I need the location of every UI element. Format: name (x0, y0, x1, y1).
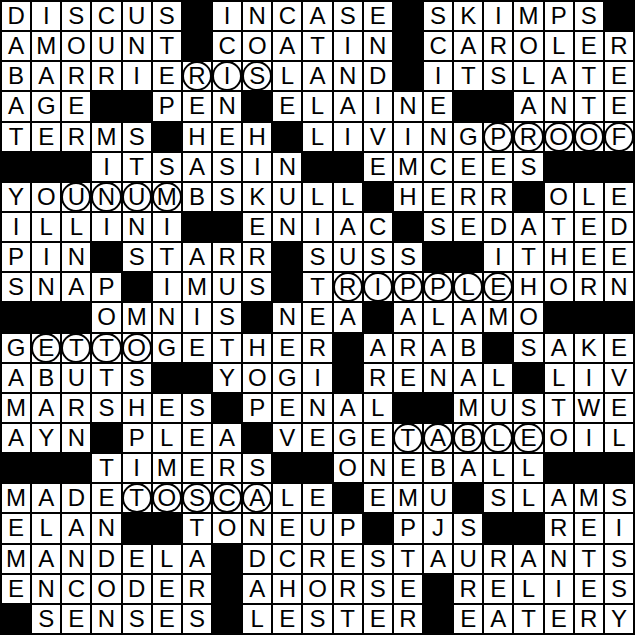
letter-cell[interactable]: E (92, 484, 120, 512)
letter-cell[interactable]: R (243, 243, 271, 271)
letter-cell[interactable]: U (62, 364, 90, 392)
letter-cell[interactable]: R (394, 605, 422, 633)
letter-cell[interactable]: T (334, 605, 362, 633)
letter-cell[interactable]: B (183, 183, 211, 211)
letter-cell[interactable]: L (303, 92, 331, 120)
letter-cell[interactable]: C (273, 545, 301, 573)
letter-cell[interactable]: T (394, 424, 422, 452)
letter-cell[interactable]: E (62, 92, 90, 120)
letter-cell[interactable]: A (303, 62, 331, 90)
letter-cell[interactable]: R (334, 273, 362, 301)
letter-cell[interactable]: S (364, 575, 392, 603)
letter-cell[interactable]: N (123, 32, 151, 60)
letter-cell[interactable]: A (334, 394, 362, 422)
letter-cell[interactable]: E (605, 243, 633, 271)
letter-cell[interactable]: A (454, 364, 482, 392)
letter-cell[interactable]: C (213, 32, 241, 60)
letter-cell[interactable]: B (424, 454, 452, 482)
letter-cell[interactable]: E (123, 545, 151, 573)
letter-cell[interactable]: U (454, 545, 482, 573)
letter-cell[interactable]: M (153, 454, 181, 482)
letter-cell[interactable]: E (484, 273, 512, 301)
letter-cell[interactable]: T (183, 514, 211, 542)
letter-cell[interactable]: E (424, 92, 452, 120)
letter-cell[interactable]: B (2, 62, 30, 90)
letter-cell[interactable]: E (183, 92, 211, 120)
letter-cell[interactable]: T (394, 545, 422, 573)
letter-cell[interactable]: E (273, 605, 301, 633)
letter-cell[interactable]: P (545, 2, 573, 30)
letter-cell[interactable]: R (364, 364, 392, 392)
letter-cell[interactable]: A (62, 514, 90, 542)
letter-cell[interactable]: C (62, 575, 90, 603)
letter-cell[interactable]: S (454, 514, 482, 542)
letter-cell[interactable]: L (153, 545, 181, 573)
letter-cell[interactable]: Y (605, 605, 633, 633)
letter-cell[interactable]: R (303, 334, 331, 362)
letter-cell[interactable]: S (213, 183, 241, 211)
letter-cell[interactable]: T (575, 92, 603, 120)
letter-cell[interactable]: R (92, 62, 120, 90)
letter-cell[interactable]: U (92, 32, 120, 60)
letter-cell[interactable]: L (484, 454, 512, 482)
letter-cell[interactable]: V (364, 123, 392, 151)
letter-cell[interactable]: E (364, 605, 392, 633)
letter-cell[interactable]: I (32, 2, 60, 30)
letter-cell[interactable]: A (424, 424, 452, 452)
letter-cell[interactable]: S (424, 2, 452, 30)
letter-cell[interactable]: A (454, 32, 482, 60)
letter-cell[interactable]: G (454, 123, 482, 151)
letter-cell[interactable]: C (92, 2, 120, 30)
letter-cell[interactable]: L (514, 575, 542, 603)
letter-cell[interactable]: A (364, 334, 392, 362)
letter-cell[interactable]: E (183, 334, 211, 362)
letter-cell[interactable]: E (153, 62, 181, 90)
letter-cell[interactable]: A (334, 92, 362, 120)
letter-cell[interactable]: A (545, 334, 573, 362)
letter-cell[interactable]: U (213, 273, 241, 301)
letter-cell[interactable]: R (213, 243, 241, 271)
letter-cell[interactable]: S (605, 575, 633, 603)
letter-cell[interactable]: F (605, 123, 633, 151)
letter-cell[interactable]: O (514, 303, 542, 331)
letter-cell[interactable]: I (153, 213, 181, 241)
letter-cell[interactable]: I (364, 92, 392, 120)
letter-cell[interactable]: E (575, 514, 603, 542)
letter-cell[interactable]: S (213, 153, 241, 181)
letter-cell[interactable]: E (153, 575, 181, 603)
letter-cell[interactable]: S (575, 2, 603, 30)
letter-cell[interactable]: T (575, 545, 603, 573)
letter-cell[interactable]: R (62, 394, 90, 422)
letter-cell[interactable]: O (92, 303, 120, 331)
letter-cell[interactable]: E (183, 424, 211, 452)
letter-cell[interactable]: A (32, 394, 60, 422)
letter-cell[interactable]: K (243, 183, 271, 211)
letter-cell[interactable]: N (92, 514, 120, 542)
letter-cell[interactable]: P (2, 243, 30, 271)
letter-cell[interactable]: E (183, 454, 211, 482)
letter-cell[interactable]: M (183, 273, 211, 301)
letter-cell[interactable]: N (303, 394, 331, 422)
letter-cell[interactable]: R (484, 32, 512, 60)
letter-cell[interactable]: P (123, 424, 151, 452)
letter-cell[interactable]: R (394, 334, 422, 362)
letter-cell[interactable]: A (243, 484, 271, 512)
letter-cell[interactable]: N (424, 364, 452, 392)
letter-cell[interactable]: O (243, 32, 271, 60)
letter-cell[interactable]: T (454, 62, 482, 90)
letter-cell[interactable]: T (153, 243, 181, 271)
letter-cell[interactable]: I (213, 2, 241, 30)
letter-cell[interactable]: U (303, 514, 331, 542)
letter-cell[interactable]: T (303, 32, 331, 60)
letter-cell[interactable]: T (575, 62, 603, 90)
letter-cell[interactable]: A (183, 545, 211, 573)
letter-cell[interactable]: O (303, 575, 331, 603)
letter-cell[interactable]: O (153, 484, 181, 512)
letter-cell[interactable]: U (484, 394, 512, 422)
letter-cell[interactable]: E (303, 303, 331, 331)
letter-cell[interactable]: L (303, 123, 331, 151)
letter-cell[interactable]: A (183, 243, 211, 271)
letter-cell[interactable]: C (424, 153, 452, 181)
letter-cell[interactable]: A (484, 605, 512, 633)
letter-cell[interactable]: D (123, 575, 151, 603)
letter-cell[interactable]: N (273, 303, 301, 331)
letter-cell[interactable]: I (92, 153, 120, 181)
letter-cell[interactable]: N (62, 424, 90, 452)
letter-cell[interactable]: M (92, 123, 120, 151)
letter-cell[interactable]: Y (213, 364, 241, 392)
letter-cell[interactable]: E (605, 92, 633, 120)
letter-cell[interactable]: L (484, 424, 512, 452)
letter-cell[interactable]: N (394, 92, 422, 120)
letter-cell[interactable]: S (605, 545, 633, 573)
letter-cell[interactable]: I (484, 2, 512, 30)
letter-cell[interactable]: M (575, 484, 603, 512)
letter-cell[interactable]: A (32, 62, 60, 90)
letter-cell[interactable]: L (575, 183, 603, 211)
letter-cell[interactable]: C (424, 32, 452, 60)
letter-cell[interactable]: P (334, 514, 362, 542)
letter-cell[interactable]: E (605, 183, 633, 211)
letter-cell[interactable]: E (484, 575, 512, 603)
letter-cell[interactable]: U (123, 183, 151, 211)
letter-cell[interactable]: P (394, 273, 422, 301)
letter-cell[interactable]: D (92, 545, 120, 573)
letter-cell[interactable]: L (334, 183, 362, 211)
letter-cell[interactable]: R (454, 183, 482, 211)
letter-cell[interactable]: T (92, 454, 120, 482)
letter-cell[interactable]: I (183, 303, 211, 331)
letter-cell[interactable]: N (605, 273, 633, 301)
letter-cell[interactable]: D (62, 484, 90, 512)
letter-cell[interactable]: H (514, 273, 542, 301)
letter-cell[interactable]: L (364, 394, 392, 422)
letter-cell[interactable]: R (62, 123, 90, 151)
letter-cell[interactable]: I (575, 424, 603, 452)
letter-cell[interactable]: O (334, 454, 362, 482)
letter-cell[interactable]: E (243, 213, 271, 241)
letter-cell[interactable]: R (454, 575, 482, 603)
letter-cell[interactable]: S (424, 213, 452, 241)
letter-cell[interactable]: S (303, 243, 331, 271)
letter-cell[interactable]: T (213, 334, 241, 362)
letter-cell[interactable]: H (243, 334, 271, 362)
letter-cell[interactable]: R (62, 62, 90, 90)
letter-cell[interactable]: R (183, 62, 211, 90)
letter-cell[interactable]: M (484, 303, 512, 331)
letter-cell[interactable]: S (183, 484, 211, 512)
letter-cell[interactable]: N (62, 243, 90, 271)
letter-cell[interactable]: E (213, 123, 241, 151)
letter-cell[interactable]: A (424, 545, 452, 573)
letter-cell[interactable]: G (153, 334, 181, 362)
letter-cell[interactable]: H (243, 123, 271, 151)
letter-cell[interactable]: I (92, 213, 120, 241)
letter-cell[interactable]: R (575, 605, 603, 633)
letter-cell[interactable]: S (183, 394, 211, 422)
letter-cell[interactable]: A (424, 334, 452, 362)
letter-cell[interactable]: S (243, 273, 271, 301)
letter-cell[interactable]: A (514, 213, 542, 241)
letter-cell[interactable]: I (2, 213, 30, 241)
letter-cell[interactable]: E (364, 484, 392, 512)
letter-cell[interactable]: E (153, 394, 181, 422)
letter-cell[interactable]: A (514, 545, 542, 573)
letter-cell[interactable]: O (545, 273, 573, 301)
letter-cell[interactable]: I (575, 364, 603, 392)
letter-cell[interactable]: A (62, 273, 90, 301)
letter-cell[interactable]: S (243, 62, 271, 90)
letter-cell[interactable]: K (454, 2, 482, 30)
letter-cell[interactable]: T (545, 394, 573, 422)
letter-cell[interactable]: M (514, 2, 542, 30)
letter-cell[interactable]: O (545, 123, 573, 151)
letter-cell[interactable]: I (303, 213, 331, 241)
letter-cell[interactable]: N (364, 32, 392, 60)
letter-cell[interactable]: M (2, 545, 30, 573)
letter-cell[interactable]: R (183, 575, 211, 603)
letter-cell[interactable]: S (62, 2, 90, 30)
letter-cell[interactable]: E (303, 484, 331, 512)
letter-cell[interactable]: S (123, 123, 151, 151)
letter-cell[interactable]: T (514, 605, 542, 633)
letter-cell[interactable]: M (32, 32, 60, 60)
letter-cell[interactable]: E (334, 545, 362, 573)
letter-cell[interactable]: N (243, 514, 271, 542)
letter-cell[interactable]: J (424, 514, 452, 542)
letter-cell[interactable]: C (273, 2, 301, 30)
letter-cell[interactable]: D (2, 2, 30, 30)
letter-cell[interactable]: E (364, 153, 392, 181)
letter-cell[interactable]: H (123, 394, 151, 422)
letter-cell[interactable]: A (32, 484, 60, 512)
letter-cell[interactable]: E (605, 334, 633, 362)
letter-cell[interactable]: A (2, 424, 30, 452)
letter-cell[interactable]: E (605, 62, 633, 90)
letter-cell[interactable]: P (424, 273, 452, 301)
letter-cell[interactable]: I (123, 62, 151, 90)
letter-cell[interactable]: A (545, 484, 573, 512)
letter-cell[interactable]: T (303, 273, 331, 301)
letter-cell[interactable]: R (514, 123, 542, 151)
letter-cell[interactable]: Y (32, 424, 60, 452)
letter-cell[interactable]: E (364, 2, 392, 30)
letter-cell[interactable]: E (273, 92, 301, 120)
letter-cell[interactable]: H (394, 183, 422, 211)
letter-cell[interactable]: L (514, 62, 542, 90)
letter-cell[interactable]: O (213, 514, 241, 542)
letter-cell[interactable]: A (183, 153, 211, 181)
letter-cell[interactable]: I (123, 454, 151, 482)
letter-cell[interactable]: A (2, 364, 30, 392)
letter-cell[interactable]: L (605, 424, 633, 452)
letter-cell[interactable]: B (454, 424, 482, 452)
letter-cell[interactable]: I (243, 153, 271, 181)
letter-cell[interactable]: M (394, 484, 422, 512)
letter-cell[interactable]: A (213, 424, 241, 452)
letter-cell[interactable]: U (123, 2, 151, 30)
letter-cell[interactable]: O (123, 334, 151, 362)
letter-cell[interactable]: L (424, 303, 452, 331)
letter-cell[interactable]: S (123, 364, 151, 392)
letter-cell[interactable]: A (32, 545, 60, 573)
letter-cell[interactable]: R (484, 183, 512, 211)
letter-cell[interactable]: L (273, 62, 301, 90)
letter-cell[interactable]: H (545, 243, 573, 271)
letter-cell[interactable]: N (92, 605, 120, 633)
letter-cell[interactable]: M (454, 394, 482, 422)
letter-cell[interactable]: N (123, 213, 151, 241)
letter-cell[interactable]: A (2, 32, 30, 60)
letter-cell[interactable]: O (545, 424, 573, 452)
letter-cell[interactable]: S (32, 605, 60, 633)
letter-cell[interactable]: R (213, 454, 241, 482)
letter-cell[interactable]: L (62, 213, 90, 241)
letter-cell[interactable]: N (62, 545, 90, 573)
letter-cell[interactable]: O (575, 123, 603, 151)
letter-cell[interactable]: N (273, 153, 301, 181)
letter-cell[interactable]: S (243, 454, 271, 482)
letter-cell[interactable]: D (364, 62, 392, 90)
letter-cell[interactable]: A (394, 303, 422, 331)
letter-cell[interactable]: L (243, 605, 271, 633)
letter-cell[interactable]: S (213, 303, 241, 331)
letter-cell[interactable]: P (92, 273, 120, 301)
letter-cell[interactable]: L (545, 364, 573, 392)
letter-cell[interactable]: S (153, 153, 181, 181)
letter-cell[interactable]: E (364, 424, 392, 452)
letter-cell[interactable]: P (243, 394, 271, 422)
letter-cell[interactable]: O (545, 183, 573, 211)
letter-cell[interactable]: M (153, 183, 181, 211)
letter-cell[interactable]: T (123, 484, 151, 512)
letter-cell[interactable]: A (273, 32, 301, 60)
letter-cell[interactable]: S (484, 62, 512, 90)
letter-cell[interactable]: S (123, 243, 151, 271)
letter-cell[interactable]: G (2, 334, 30, 362)
letter-cell[interactable]: E (575, 243, 603, 271)
letter-cell[interactable]: E (32, 123, 60, 151)
letter-cell[interactable]: U (62, 183, 90, 211)
letter-cell[interactable]: E (62, 605, 90, 633)
letter-cell[interactable]: S (364, 243, 392, 271)
letter-cell[interactable]: I (303, 364, 331, 392)
letter-cell[interactable]: O (243, 364, 271, 392)
letter-cell[interactable]: M (394, 153, 422, 181)
letter-cell[interactable]: A (243, 575, 271, 603)
letter-cell[interactable]: L (32, 514, 60, 542)
letter-cell[interactable]: I (394, 123, 422, 151)
letter-cell[interactable]: E (424, 183, 452, 211)
letter-cell[interactable]: E (153, 605, 181, 633)
letter-cell[interactable]: E (575, 32, 603, 60)
letter-cell[interactable]: S (153, 2, 181, 30)
letter-cell[interactable]: N (32, 273, 60, 301)
letter-cell[interactable]: H (183, 123, 211, 151)
letter-cell[interactable]: P (484, 123, 512, 151)
letter-cell[interactable]: E (303, 424, 331, 452)
letter-cell[interactable]: I (153, 273, 181, 301)
letter-cell[interactable]: L (545, 32, 573, 60)
letter-cell[interactable]: N (213, 92, 241, 120)
letter-cell[interactable]: S (605, 484, 633, 512)
letter-cell[interactable]: E (484, 153, 512, 181)
letter-cell[interactable]: T (123, 153, 151, 181)
letter-cell[interactable]: N (92, 183, 120, 211)
letter-cell[interactable]: S (484, 484, 512, 512)
letter-cell[interactable]: L (153, 424, 181, 452)
letter-cell[interactable]: R (575, 273, 603, 301)
letter-cell[interactable]: N (545, 92, 573, 120)
letter-cell[interactable]: E (454, 605, 482, 633)
letter-cell[interactable]: E (273, 334, 301, 362)
letter-cell[interactable]: S (92, 394, 120, 422)
letter-cell[interactable]: E (2, 575, 30, 603)
letter-cell[interactable]: E (394, 575, 422, 603)
letter-cell[interactable]: A (303, 2, 331, 30)
letter-cell[interactable]: B (32, 364, 60, 392)
letter-cell[interactable]: E (394, 454, 422, 482)
letter-cell[interactable]: R (545, 514, 573, 542)
letter-cell[interactable]: S (514, 334, 542, 362)
letter-cell[interactable]: A (2, 92, 30, 120)
letter-cell[interactable]: A (334, 213, 362, 241)
letter-cell[interactable]: P (153, 92, 181, 120)
letter-cell[interactable]: L (514, 454, 542, 482)
letter-cell[interactable]: E (394, 364, 422, 392)
letter-cell[interactable]: D (484, 213, 512, 241)
letter-cell[interactable]: A (454, 303, 482, 331)
letter-cell[interactable]: R (334, 575, 362, 603)
letter-cell[interactable]: I (424, 62, 452, 90)
letter-cell[interactable]: T (514, 243, 542, 271)
letter-cell[interactable]: M (2, 484, 30, 512)
letter-cell[interactable]: N (243, 2, 271, 30)
letter-cell[interactable]: L (32, 213, 60, 241)
letter-cell[interactable]: U (334, 243, 362, 271)
letter-cell[interactable]: S (514, 153, 542, 181)
letter-cell[interactable]: I (364, 273, 392, 301)
letter-cell[interactable]: V (273, 424, 301, 452)
letter-cell[interactable]: R (605, 32, 633, 60)
letter-cell[interactable]: O (32, 183, 60, 211)
letter-cell[interactable]: H (273, 575, 301, 603)
letter-cell[interactable]: W (575, 394, 603, 422)
